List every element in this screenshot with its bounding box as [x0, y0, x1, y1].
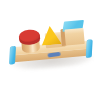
plank-endcap-left [9, 45, 16, 64]
cube-front-face [64, 28, 84, 46]
product-photo-scene [0, 0, 100, 100]
plank-endcap-right [86, 39, 93, 58]
shape-sorter-toy [0, 0, 100, 100]
